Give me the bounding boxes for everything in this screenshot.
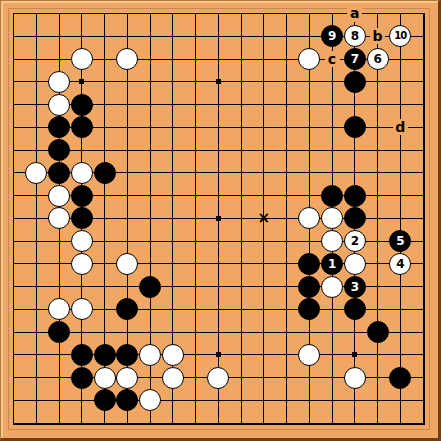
- black-stone-move-1: 1: [321, 253, 343, 275]
- black-stone: [71, 116, 93, 138]
- black-stone: [344, 116, 366, 138]
- label-b: b: [370, 28, 385, 44]
- black-stone: [71, 207, 93, 229]
- black-stone: [71, 367, 93, 389]
- black-stone: [344, 185, 366, 207]
- move-number: 5: [396, 235, 404, 247]
- x-mark: ×: [257, 212, 270, 225]
- grid-line-vertical: [400, 14, 401, 424]
- white-stone: [344, 367, 366, 389]
- white-stone: [162, 344, 184, 366]
- black-stone-move-3: 3: [344, 276, 366, 298]
- white-stone: [162, 367, 184, 389]
- grid-line-vertical: [241, 14, 242, 424]
- white-stone: [48, 185, 70, 207]
- grid-line-horizontal: [14, 332, 424, 333]
- black-stone: [94, 162, 116, 184]
- move-number: 3: [351, 281, 359, 293]
- move-number: 7: [351, 53, 359, 65]
- white-stone: [94, 367, 116, 389]
- black-stone: [94, 344, 116, 366]
- white-stone: [321, 276, 343, 298]
- white-stone: [71, 253, 93, 275]
- star-point: [216, 216, 221, 221]
- white-stone: [71, 162, 93, 184]
- move-number: 8: [351, 30, 359, 42]
- white-stone: [116, 367, 138, 389]
- grid-line-vertical: [286, 14, 287, 424]
- black-stone: [94, 389, 116, 411]
- star-point: [79, 79, 84, 84]
- white-stone: [344, 253, 366, 275]
- move-number: 9: [328, 30, 336, 42]
- black-stone: [48, 321, 70, 343]
- black-stone: [344, 298, 366, 320]
- go-board: abcd×98107625143: [0, 0, 441, 441]
- black-stone: [344, 71, 366, 93]
- white-stone: [207, 367, 229, 389]
- white-stone-move-6: 6: [367, 48, 389, 70]
- grid-line-horizontal: [14, 400, 424, 401]
- move-number: 2: [351, 235, 359, 247]
- white-stone: [321, 230, 343, 252]
- black-stone: [298, 253, 320, 275]
- white-stone-move-2: 2: [344, 230, 366, 252]
- black-stone: [71, 185, 93, 207]
- black-stone: [71, 344, 93, 366]
- black-stone: [298, 276, 320, 298]
- star-point: [216, 79, 221, 84]
- white-stone: [71, 48, 93, 70]
- black-stone-move-7: 7: [344, 48, 366, 70]
- move-number: 1: [328, 258, 336, 270]
- label-d: d: [393, 119, 408, 135]
- black-stone: [71, 94, 93, 116]
- black-stone: [389, 367, 411, 389]
- grid-line-vertical: [377, 14, 378, 424]
- star-point: [352, 352, 357, 357]
- white-stone: [48, 71, 70, 93]
- label-c: c: [325, 51, 340, 67]
- move-number: 6: [374, 53, 382, 65]
- white-stone: [298, 344, 320, 366]
- white-stone-move-8: 8: [344, 25, 366, 47]
- label-a: a: [347, 6, 362, 22]
- white-stone: [116, 253, 138, 275]
- white-stone: [25, 162, 47, 184]
- white-stone: [139, 344, 161, 366]
- move-number: 10: [394, 31, 406, 41]
- white-stone-move-4: 4: [389, 253, 411, 275]
- white-stone: [48, 94, 70, 116]
- star-point: [216, 352, 221, 357]
- black-stone: [139, 276, 161, 298]
- black-stone: [48, 162, 70, 184]
- white-stone: [71, 230, 93, 252]
- black-stone: [116, 344, 138, 366]
- black-stone: [48, 139, 70, 161]
- black-stone: [321, 185, 343, 207]
- black-stone: [344, 207, 366, 229]
- move-number: 4: [396, 258, 404, 270]
- black-stone: [367, 321, 389, 343]
- white-stone: [71, 298, 93, 320]
